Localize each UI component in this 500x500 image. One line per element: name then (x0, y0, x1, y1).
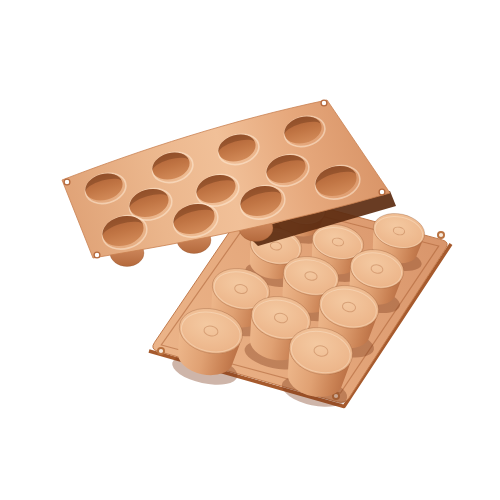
eyelet-hole (439, 233, 443, 237)
hang-hole-eyelet (321, 100, 327, 106)
eyelet-hole (379, 189, 385, 195)
hang-hole-eyelet (94, 252, 100, 258)
muffin-mold-photo: Two terracotta silicone muffin baking mo… (0, 0, 500, 500)
hang-hole-eyelet (64, 179, 70, 185)
eyelet-hole (321, 100, 327, 106)
eyelet-hole (94, 252, 100, 258)
hang-hole-eyelet (157, 347, 165, 355)
eyelet-hole (159, 349, 163, 353)
product-photo-stage: Two terracotta silicone muffin baking mo… (0, 0, 500, 500)
hang-hole-eyelet (379, 189, 385, 195)
eyelet-hole (64, 179, 70, 185)
hang-hole-eyelet (437, 231, 445, 239)
